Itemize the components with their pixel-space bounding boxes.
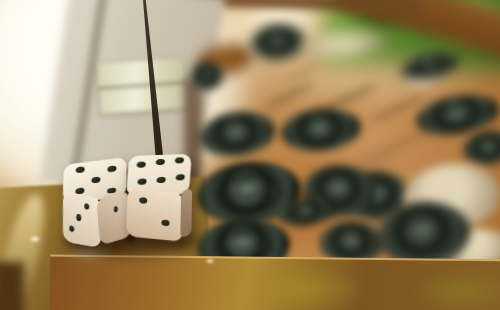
- die-pip: [137, 161, 146, 167]
- die-pip: [76, 213, 81, 220]
- specular-glints-layer: [0, 0, 500, 310]
- die-pip: [161, 219, 169, 226]
- die-pip: [75, 166, 84, 173]
- die-pip: [139, 196, 147, 203]
- die-left: [60, 158, 132, 245]
- die-right-side-face: [180, 188, 192, 239]
- die-right: [125, 154, 192, 240]
- die-pip: [157, 177, 166, 183]
- die-pip: [84, 202, 89, 209]
- specular-glint: [29, 235, 41, 243]
- die-left-side-face: [63, 191, 101, 247]
- die-right-front-face: [126, 188, 184, 242]
- specular-glint: [205, 258, 215, 264]
- die-pip: [69, 225, 74, 232]
- backgammon-photo: [0, 0, 500, 310]
- die-pip: [176, 174, 185, 180]
- die-pip: [156, 159, 165, 165]
- die-pip: [92, 176, 101, 183]
- die-pip: [175, 158, 184, 164]
- die-pip: [107, 165, 116, 172]
- die-pip: [114, 206, 119, 213]
- die-pip: [138, 179, 147, 185]
